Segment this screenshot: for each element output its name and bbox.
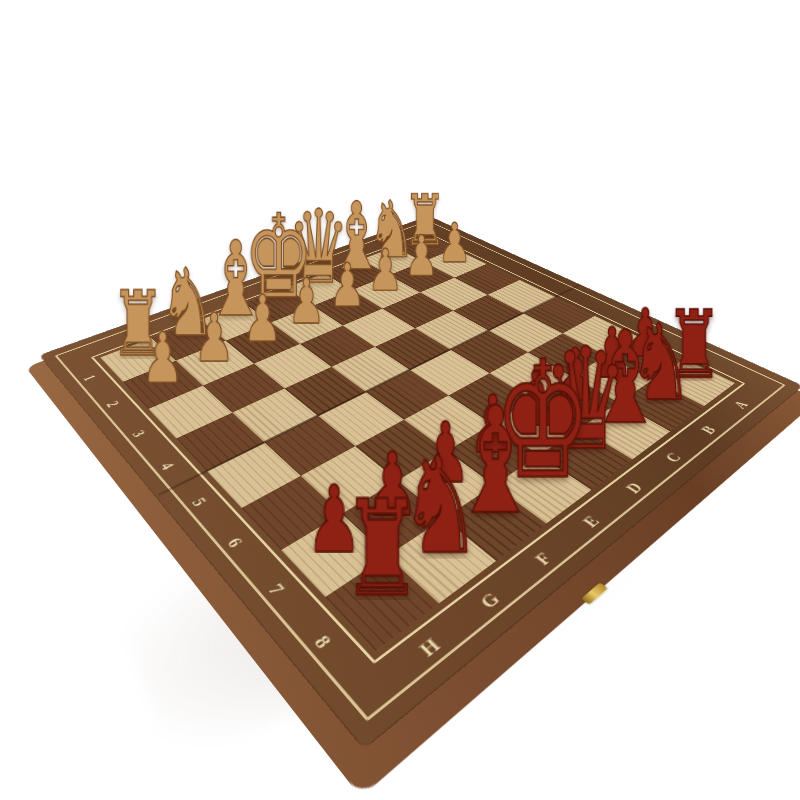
- piece-white-pawn-h2: ♟: [126, 204, 200, 384]
- scene-3d: ♜♞♝♛♚♝♞♜♟♟♟♟♟♟♟♟♟♟♟♟♟♟♟♟♜♞♝♛♚♝♞♜ 1234567…: [140, 100, 680, 640]
- file-label-E: E: [573, 509, 608, 535]
- file-label-G: G: [470, 585, 509, 617]
- rank-label-7: 7: [258, 574, 295, 605]
- rank-label-6: 6: [218, 529, 253, 556]
- file-label-D: D: [617, 476, 650, 499]
- file-label-B: B: [693, 420, 723, 439]
- rank-label-3: 3: [124, 424, 153, 443]
- rank-label-4: 4: [152, 455, 183, 477]
- file-label-C: C: [657, 447, 689, 468]
- pieces-layer: ♜♞♝♛♚♝♞♜♟♟♟♟♟♟♟♟♟♟♟♟♟♟♟♟♜♞♝♛♚♝♞♜: [100, 235, 735, 651]
- red-rook-icon: ♜: [342, 482, 423, 615]
- brass-clasp: [582, 582, 609, 604]
- white-pawn-icon: ♟: [194, 304, 235, 371]
- product-photo-stage: ♜♞♝♛♚♝♞♜♟♟♟♟♟♟♟♟♟♟♟♟♟♟♟♟♜♞♝♛♚♝♞♜ 1234567…: [0, 0, 800, 800]
- rank-label-1: 1: [77, 370, 103, 386]
- file-label-F: F: [525, 545, 562, 573]
- file-label-H: H: [409, 630, 450, 666]
- piece-red-rook-h8: ♜: [330, 348, 434, 600]
- file-label-A: A: [726, 396, 755, 413]
- white-pawn-icon: ♟: [142, 323, 185, 393]
- rank-label-2: 2: [99, 396, 126, 414]
- rank-label-5: 5: [183, 490, 216, 514]
- rank-label-8: 8: [303, 624, 343, 660]
